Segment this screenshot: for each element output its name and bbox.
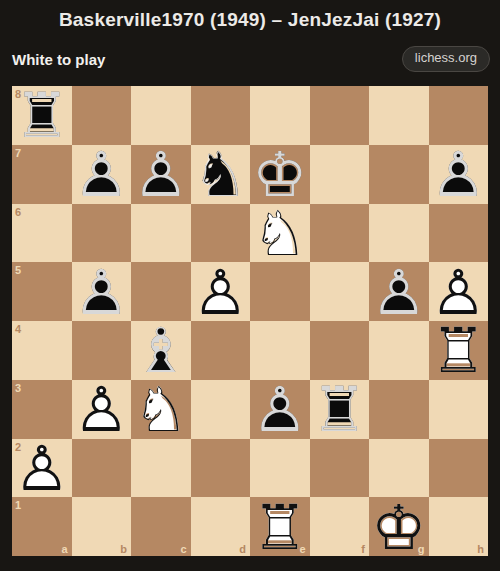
square-g8[interactable] [369,86,429,145]
square-e6[interactable]: ♞♘ [250,204,310,263]
square-a5[interactable]: 5 [12,262,72,321]
square-g4[interactable] [369,321,429,380]
square-g6[interactable] [369,204,429,263]
chess-board: 8♜♖7♟♙♟♙♞♘♚♔♟♙6♞♘5♟♙♟♙♟♙♟♙4♝♗♜♖3♟♙♞♘♟♙♜♖… [12,86,488,556]
black-rook[interactable]: ♜♖ [310,380,370,439]
square-h5[interactable]: ♟♙ [429,262,489,321]
square-d2[interactable] [191,439,251,498]
square-e4[interactable] [250,321,310,380]
file-label-h: h [477,543,484,555]
subheader: White to play lichess.org [12,47,490,71]
square-b5[interactable]: ♟♙ [72,262,132,321]
square-d7[interactable]: ♞♘ [191,145,251,204]
square-d4[interactable] [191,321,251,380]
square-f6[interactable] [310,204,370,263]
white-knight[interactable]: ♞♘ [131,380,191,439]
file-label-d: d [239,543,246,555]
file-label-f: f [361,543,365,555]
white-pawn[interactable]: ♟♙ [191,262,251,321]
square-e7[interactable]: ♚♔ [250,145,310,204]
black-pawn[interactable]: ♟♙ [131,145,191,204]
black-pawn[interactable]: ♟♙ [429,145,489,204]
square-c8[interactable] [131,86,191,145]
square-e1[interactable]: e♜♖ [250,497,310,556]
square-b2[interactable] [72,439,132,498]
square-c5[interactable] [131,262,191,321]
rank-label-7: 7 [15,147,21,159]
black-rook[interactable]: ♜♖ [12,86,72,145]
black-pawn[interactable]: ♟♙ [250,380,310,439]
square-g7[interactable] [369,145,429,204]
black-pawn[interactable]: ♟♙ [369,262,429,321]
square-b7[interactable]: ♟♙ [72,145,132,204]
square-c2[interactable] [131,439,191,498]
square-d8[interactable] [191,86,251,145]
white-pawn[interactable]: ♟♙ [12,439,72,498]
square-c4[interactable]: ♝♗ [131,321,191,380]
square-g1[interactable]: g♚♔ [369,497,429,556]
square-a6[interactable]: 6 [12,204,72,263]
square-c7[interactable]: ♟♙ [131,145,191,204]
square-d3[interactable] [191,380,251,439]
square-a8[interactable]: 8♜♖ [12,86,72,145]
white-knight[interactable]: ♞♘ [250,204,310,263]
square-h1[interactable]: h [429,497,489,556]
square-g5[interactable]: ♟♙ [369,262,429,321]
white-rook[interactable]: ♜♖ [429,321,489,380]
square-c1[interactable]: c [131,497,191,556]
square-h3[interactable] [429,380,489,439]
square-f5[interactable] [310,262,370,321]
square-h2[interactable] [429,439,489,498]
square-h8[interactable] [429,86,489,145]
square-d6[interactable] [191,204,251,263]
rank-label-3: 3 [15,382,21,394]
white-king[interactable]: ♚♔ [369,497,429,556]
square-a4[interactable]: 4 [12,321,72,380]
square-f3[interactable]: ♜♖ [310,380,370,439]
rank-label-4: 4 [15,323,21,335]
square-f1[interactable]: f [310,497,370,556]
page-title: Baskerville1970 (1949) – JenJezJai (1927… [0,0,500,31]
black-king[interactable]: ♚♔ [250,145,310,204]
square-f7[interactable] [310,145,370,204]
white-pawn[interactable]: ♟♙ [72,380,132,439]
square-a2[interactable]: 2♟♙ [12,439,72,498]
square-a3[interactable]: 3 [12,380,72,439]
square-d5[interactable]: ♟♙ [191,262,251,321]
black-knight[interactable]: ♞♘ [191,145,251,204]
square-e8[interactable] [250,86,310,145]
square-f8[interactable] [310,86,370,145]
rank-label-5: 5 [15,264,21,276]
file-label-c: c [180,543,186,555]
square-c6[interactable] [131,204,191,263]
rank-label-1: 1 [15,499,21,511]
square-b4[interactable] [72,321,132,380]
lichess-badge[interactable]: lichess.org [402,46,490,72]
square-g3[interactable] [369,380,429,439]
white-pawn[interactable]: ♟♙ [429,262,489,321]
square-h6[interactable] [429,204,489,263]
black-bishop[interactable]: ♝♗ [131,321,191,380]
file-label-b: b [120,543,127,555]
square-b1[interactable]: b [72,497,132,556]
square-b3[interactable]: ♟♙ [72,380,132,439]
file-label-a: a [61,543,67,555]
square-f2[interactable] [310,439,370,498]
square-e2[interactable] [250,439,310,498]
white-rook[interactable]: ♜♖ [250,497,310,556]
square-a7[interactable]: 7 [12,145,72,204]
rank-label-6: 6 [15,206,21,218]
square-b6[interactable] [72,204,132,263]
turn-indicator: White to play [12,51,105,68]
square-b8[interactable] [72,86,132,145]
black-pawn[interactable]: ♟♙ [72,262,132,321]
square-a1[interactable]: 1a [12,497,72,556]
black-pawn[interactable]: ♟♙ [72,145,132,204]
square-c3[interactable]: ♞♘ [131,380,191,439]
square-g2[interactable] [369,439,429,498]
square-h4[interactable]: ♜♖ [429,321,489,380]
square-h7[interactable]: ♟♙ [429,145,489,204]
square-d1[interactable]: d [191,497,251,556]
square-e3[interactable]: ♟♙ [250,380,310,439]
square-f4[interactable] [310,321,370,380]
square-e5[interactable] [250,262,310,321]
